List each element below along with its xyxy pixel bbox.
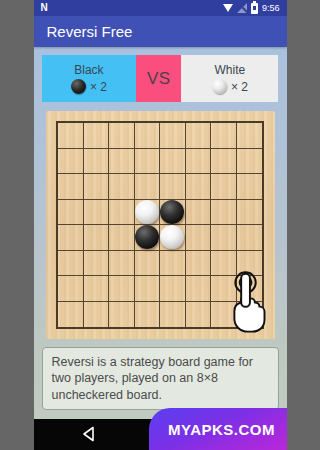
- cell-d1[interactable]: [135, 123, 161, 149]
- app-bar: Reversi Free: [34, 16, 287, 47]
- battery-icon: [251, 3, 258, 14]
- cell-a3[interactable]: [58, 174, 84, 200]
- cell-a5[interactable]: [58, 225, 84, 251]
- cell-e5[interactable]: [160, 225, 186, 251]
- white-stone: [135, 200, 159, 224]
- cell-b4[interactable]: [84, 200, 110, 226]
- cell-f3[interactable]: [186, 174, 212, 200]
- tap-hand-icon: [224, 267, 271, 335]
- white-stone-icon: [212, 79, 227, 94]
- cell-g4[interactable]: [211, 200, 237, 226]
- vs-label: VS: [136, 55, 181, 102]
- cell-g2[interactable]: [211, 149, 237, 175]
- watermark-badge[interactable]: MYAPKS.COM: [149, 408, 287, 450]
- cell-a8[interactable]: [58, 302, 84, 328]
- wifi-icon: [223, 4, 233, 12]
- cell-c6[interactable]: [109, 251, 135, 277]
- scoreboard: Black × 2 VS White × 2: [42, 55, 279, 102]
- cell-d3[interactable]: [135, 174, 161, 200]
- cell-a4[interactable]: [58, 200, 84, 226]
- cell-d6[interactable]: [135, 251, 161, 277]
- cell-e3[interactable]: [160, 174, 186, 200]
- cell-a7[interactable]: [58, 276, 84, 302]
- cell-f7[interactable]: [186, 276, 212, 302]
- cell-e8[interactable]: [160, 302, 186, 328]
- cell-b6[interactable]: [84, 251, 110, 277]
- cell-g3[interactable]: [211, 174, 237, 200]
- cell-c3[interactable]: [109, 174, 135, 200]
- black-count: × 2: [90, 80, 107, 94]
- cellular-off-icon: [237, 3, 247, 13]
- description-box: Reversi is a strategy board game for two…: [42, 347, 279, 410]
- cell-f6[interactable]: [186, 251, 212, 277]
- cell-g5[interactable]: [211, 225, 237, 251]
- white-label: White: [215, 63, 246, 77]
- cell-d5[interactable]: [135, 225, 161, 251]
- page-title: Reversi Free: [47, 23, 133, 40]
- cell-a1[interactable]: [58, 123, 84, 149]
- cell-h4[interactable]: [237, 200, 263, 226]
- cell-c4[interactable]: [109, 200, 135, 226]
- cell-e7[interactable]: [160, 276, 186, 302]
- cell-c8[interactable]: [109, 302, 135, 328]
- cell-d2[interactable]: [135, 149, 161, 175]
- cell-e4[interactable]: [160, 200, 186, 226]
- cell-e2[interactable]: [160, 149, 186, 175]
- cell-a6[interactable]: [58, 251, 84, 277]
- cell-f2[interactable]: [186, 149, 212, 175]
- black-stone: [135, 225, 159, 249]
- phone-screen: N 9:56 Reversi Free Black × 2 VS White ×…: [34, 0, 287, 450]
- cell-h5[interactable]: [237, 225, 263, 251]
- cell-f1[interactable]: [186, 123, 212, 149]
- status-time: 9:56: [262, 4, 280, 13]
- cell-c7[interactable]: [109, 276, 135, 302]
- cell-d8[interactable]: [135, 302, 161, 328]
- status-bar: N 9:56: [34, 0, 287, 16]
- white-count: × 2: [231, 80, 248, 94]
- cell-g1[interactable]: [211, 123, 237, 149]
- cell-c1[interactable]: [109, 123, 135, 149]
- cell-b3[interactable]: [84, 174, 110, 200]
- black-stone: [160, 200, 184, 224]
- cell-e1[interactable]: [160, 123, 186, 149]
- cell-e6[interactable]: [160, 251, 186, 277]
- black-stone-icon: [71, 79, 86, 94]
- cell-h2[interactable]: [237, 149, 263, 175]
- notification-icon: N: [41, 3, 48, 13]
- cell-b5[interactable]: [84, 225, 110, 251]
- cell-h3[interactable]: [237, 174, 263, 200]
- cell-b8[interactable]: [84, 302, 110, 328]
- cell-d4[interactable]: [135, 200, 161, 226]
- white-score-panel: White × 2: [181, 55, 278, 102]
- black-score-panel: Black × 2: [42, 55, 137, 102]
- cell-a2[interactable]: [58, 149, 84, 175]
- cell-f8[interactable]: [186, 302, 212, 328]
- cell-b2[interactable]: [84, 149, 110, 175]
- cell-h1[interactable]: [237, 123, 263, 149]
- cell-d7[interactable]: [135, 276, 161, 302]
- cell-f4[interactable]: [186, 200, 212, 226]
- cell-c2[interactable]: [109, 149, 135, 175]
- cell-c5[interactable]: [109, 225, 135, 251]
- white-stone: [160, 225, 184, 249]
- black-label: Black: [74, 63, 103, 77]
- back-button[interactable]: [80, 425, 98, 443]
- cell-b1[interactable]: [84, 123, 110, 149]
- cell-b7[interactable]: [84, 276, 110, 302]
- cell-f5[interactable]: [186, 225, 212, 251]
